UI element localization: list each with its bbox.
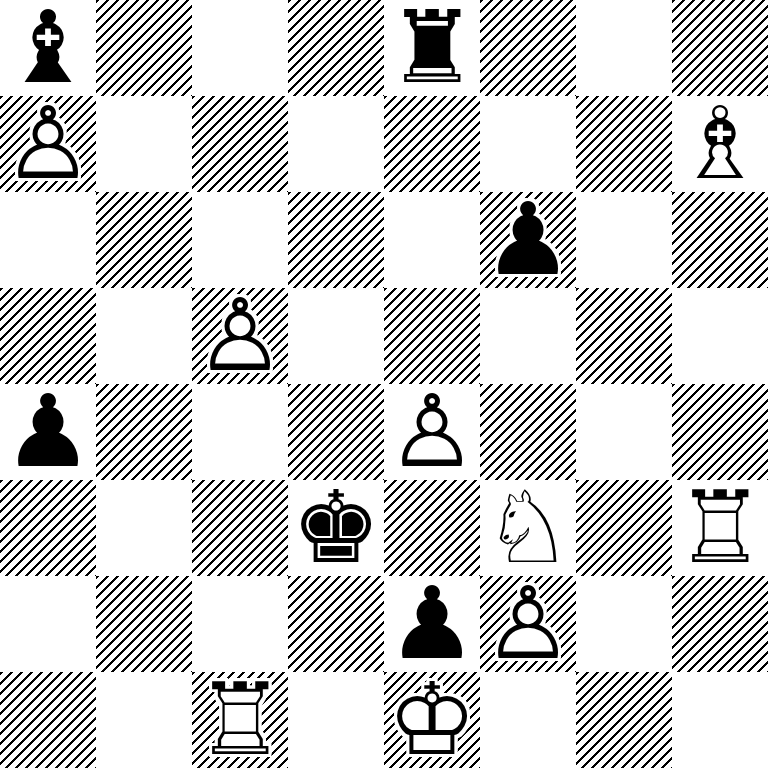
black-bishop-icon: ♝ [0, 0, 96, 96]
square-f4[interactable] [480, 384, 576, 480]
piece-black-king[interactable]: ♚♚ [288, 480, 384, 576]
piece-white-pawn[interactable]: ♟♙ [480, 576, 576, 672]
square-a6[interactable] [0, 192, 96, 288]
square-h8[interactable] [672, 0, 768, 96]
square-d1[interactable] [288, 672, 384, 768]
white-pawn-icon: ♙ [192, 288, 288, 384]
black-pawn-icon: ♟ [384, 576, 480, 672]
piece-black-pawn[interactable]: ♟♟ [384, 576, 480, 672]
square-a2[interactable] [0, 576, 96, 672]
square-b4[interactable] [96, 384, 192, 480]
piece-white-king[interactable]: ♚♔ [384, 672, 480, 768]
square-e7[interactable] [384, 96, 480, 192]
square-b2[interactable] [96, 576, 192, 672]
square-g5[interactable] [576, 288, 672, 384]
piece-white-knight[interactable]: ♞♘ [480, 480, 576, 576]
square-c5[interactable]: ♟♙ [192, 288, 288, 384]
white-king-icon: ♔ [384, 672, 480, 768]
square-c8[interactable] [192, 0, 288, 96]
square-f8[interactable] [480, 0, 576, 96]
white-rook-icon: ♖ [192, 672, 288, 768]
square-e3[interactable] [384, 480, 480, 576]
square-d6[interactable] [288, 192, 384, 288]
square-e1[interactable]: ♚♔ [384, 672, 480, 768]
square-g4[interactable] [576, 384, 672, 480]
white-rook-icon: ♖ [672, 480, 768, 576]
square-g8[interactable] [576, 0, 672, 96]
square-h7[interactable]: ♝♗ [672, 96, 768, 192]
piece-white-pawn[interactable]: ♟♙ [192, 288, 288, 384]
black-pawn-icon: ♟ [0, 384, 96, 480]
square-e4[interactable]: ♟♙ [384, 384, 480, 480]
black-pawn-icon: ♟ [480, 192, 576, 288]
square-g1[interactable] [576, 672, 672, 768]
square-h1[interactable] [672, 672, 768, 768]
piece-black-rook[interactable]: ♜♜ [384, 0, 480, 96]
piece-black-pawn[interactable]: ♟♟ [480, 192, 576, 288]
piece-white-rook[interactable]: ♜♖ [672, 480, 768, 576]
square-b5[interactable] [96, 288, 192, 384]
square-d2[interactable] [288, 576, 384, 672]
square-d8[interactable] [288, 0, 384, 96]
square-a5[interactable] [0, 288, 96, 384]
square-b8[interactable] [96, 0, 192, 96]
square-f6[interactable]: ♟♟ [480, 192, 576, 288]
square-g7[interactable] [576, 96, 672, 192]
square-h2[interactable] [672, 576, 768, 672]
square-c1[interactable]: ♜♖ [192, 672, 288, 768]
square-a3[interactable] [0, 480, 96, 576]
square-f1[interactable] [480, 672, 576, 768]
piece-black-pawn[interactable]: ♟♟ [0, 384, 96, 480]
square-c6[interactable] [192, 192, 288, 288]
square-h5[interactable] [672, 288, 768, 384]
square-c2[interactable] [192, 576, 288, 672]
square-d4[interactable] [288, 384, 384, 480]
square-e5[interactable] [384, 288, 480, 384]
piece-black-bishop[interactable]: ♝♝ [0, 0, 96, 96]
square-c4[interactable] [192, 384, 288, 480]
square-a1[interactable] [0, 672, 96, 768]
square-b1[interactable] [96, 672, 192, 768]
square-h3[interactable]: ♜♖ [672, 480, 768, 576]
square-g6[interactable] [576, 192, 672, 288]
square-h4[interactable] [672, 384, 768, 480]
square-d5[interactable] [288, 288, 384, 384]
square-a4[interactable]: ♟♟ [0, 384, 96, 480]
square-a7[interactable]: ♟♙ [0, 96, 96, 192]
square-b7[interactable] [96, 96, 192, 192]
square-f3[interactable]: ♞♘ [480, 480, 576, 576]
piece-white-bishop[interactable]: ♝♗ [672, 96, 768, 192]
white-pawn-icon: ♙ [0, 96, 96, 192]
square-f5[interactable] [480, 288, 576, 384]
piece-white-pawn[interactable]: ♟♙ [0, 96, 96, 192]
square-f2[interactable]: ♟♙ [480, 576, 576, 672]
square-d7[interactable] [288, 96, 384, 192]
square-g2[interactable] [576, 576, 672, 672]
black-king-icon: ♚ [288, 480, 384, 576]
piece-white-pawn[interactable]: ♟♙ [384, 384, 480, 480]
white-pawn-icon: ♙ [480, 576, 576, 672]
piece-white-rook[interactable]: ♜♖ [192, 672, 288, 768]
square-a8[interactable]: ♝♝ [0, 0, 96, 96]
square-b3[interactable] [96, 480, 192, 576]
white-knight-icon: ♘ [480, 480, 576, 576]
square-b6[interactable] [96, 192, 192, 288]
square-h6[interactable] [672, 192, 768, 288]
square-e2[interactable]: ♟♟ [384, 576, 480, 672]
square-e6[interactable] [384, 192, 480, 288]
square-e8[interactable]: ♜♜ [384, 0, 480, 96]
square-f7[interactable] [480, 96, 576, 192]
white-bishop-icon: ♗ [672, 96, 768, 192]
chess-board: ♝♝♜♜♟♙♝♗♟♟♟♙♟♟♟♙♚♚♞♘♜♖♟♟♟♙♜♖♚♔ [0, 0, 768, 768]
white-pawn-icon: ♙ [384, 384, 480, 480]
square-d3[interactable]: ♚♚ [288, 480, 384, 576]
square-c3[interactable] [192, 480, 288, 576]
square-g3[interactable] [576, 480, 672, 576]
black-rook-icon: ♜ [384, 0, 480, 96]
square-c7[interactable] [192, 96, 288, 192]
